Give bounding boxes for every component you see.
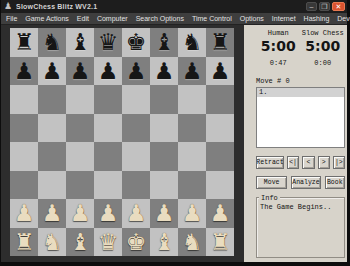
info-group: Info The Game Begins.. [256,197,345,258]
square-f4[interactable] [150,142,178,171]
square-a8[interactable]: ♜ [10,28,38,57]
menu-options[interactable]: Options [240,15,264,22]
piece-black-pawn[interactable]: ♟ [70,57,91,86]
square-c8[interactable]: ♝ [66,28,94,57]
piece-white-queen[interactable]: ♛ [98,228,119,257]
app-window: ♟ SlowChess Blitz WV2.1 – ❐ ✕ File Game … [0,0,350,266]
piece-white-pawn[interactable]: ♟ [70,199,91,228]
square-f7[interactable]: ♟ [150,57,178,86]
player-name-engine: Slow Chess [301,29,346,37]
piece-white-knight[interactable]: ♞ [182,228,203,257]
square-d5[interactable] [94,114,122,143]
square-e7[interactable]: ♟ [122,57,150,86]
menu-hashing[interactable]: Hashing [304,15,330,22]
square-h1[interactable]: ♜ [206,228,234,257]
square-h6[interactable] [206,85,234,114]
clock-time-engine: 5:00 [301,38,346,54]
book-button[interactable]: Book [325,176,345,189]
clock-time-human: 5:00 [256,38,301,54]
piece-white-pawn[interactable]: ♟ [14,199,35,228]
square-f6[interactable] [150,85,178,114]
close-button[interactable]: ✕ [332,2,345,11]
piece-white-bishop[interactable]: ♝ [70,228,91,257]
clocks: Human 5:00 0:47 Slow Chess 5:00 0:00 [256,29,345,67]
move-number-label: Move # 0 [256,77,345,85]
square-a7[interactable]: ♟ [10,57,38,86]
window-title: SlowChess Blitz WV2.1 [16,3,304,10]
menu-internet[interactable]: Internet [272,15,296,22]
piece-black-queen[interactable]: ♛ [98,28,119,57]
square-c7[interactable]: ♟ [66,57,94,86]
square-b1[interactable]: ♞ [38,228,66,257]
square-h5[interactable] [206,114,234,143]
square-c4[interactable] [66,142,94,171]
info-group-label: Info [259,194,280,202]
square-g5[interactable] [178,114,206,143]
menu-edit[interactable]: Edit [77,15,89,22]
menu-game-actions[interactable]: Game Actions [25,15,69,22]
step-back-button[interactable]: < [302,156,314,169]
clock-human: Human 5:00 0:47 [256,29,301,67]
square-e1[interactable]: ♚ [122,228,150,257]
square-d2[interactable]: ♟ [94,199,122,228]
menubar: File Game Actions Edit Computer Search O… [1,13,347,25]
square-d3[interactable] [94,171,122,200]
menu-develop[interactable]: Develop [337,15,350,22]
step-forward-button[interactable]: > [318,156,330,169]
clock-elapsed-human: 0:47 [256,59,301,67]
square-h7[interactable]: ♟ [206,57,234,86]
action-buttons: Move Analyze Book [256,176,345,189]
square-f5[interactable] [150,114,178,143]
square-g6[interactable] [178,85,206,114]
maximize-button[interactable]: ❐ [319,2,330,11]
titlebar[interactable]: ♟ SlowChess Blitz WV2.1 – ❐ ✕ [1,0,347,13]
square-a6[interactable] [10,85,38,114]
piece-black-knight[interactable]: ♞ [42,28,63,57]
piece-white-pawn[interactable]: ♟ [42,199,63,228]
square-g8[interactable]: ♞ [178,28,206,57]
piece-black-pawn[interactable]: ♟ [182,57,203,86]
square-a5[interactable] [10,114,38,143]
piece-black-bishop[interactable]: ♝ [70,28,91,57]
piece-black-pawn[interactable]: ♟ [98,57,119,86]
square-b2[interactable]: ♟ [38,199,66,228]
square-e5[interactable] [122,114,150,143]
piece-white-king[interactable]: ♚ [126,228,147,257]
clock-engine: Slow Chess 5:00 0:00 [301,29,346,67]
piece-white-pawn[interactable]: ♟ [98,199,119,228]
square-c6[interactable] [66,85,94,114]
piece-black-pawn[interactable]: ♟ [42,57,63,86]
menu-file[interactable]: File [6,15,17,22]
square-b7[interactable]: ♟ [38,57,66,86]
square-f1[interactable]: ♝ [150,228,178,257]
square-b3[interactable] [38,171,66,200]
info-text: The Game Begins.. [260,203,341,211]
square-d6[interactable] [94,85,122,114]
piece-black-bishop[interactable]: ♝ [154,28,175,57]
square-h2[interactable]: ♟ [206,199,234,228]
square-c3[interactable] [66,171,94,200]
square-a1[interactable]: ♜ [10,228,38,257]
piece-white-pawn[interactable]: ♟ [154,199,175,228]
clock-elapsed-engine: 0:00 [301,59,346,67]
square-f2[interactable]: ♟ [150,199,178,228]
square-e4[interactable] [122,142,150,171]
square-f8[interactable]: ♝ [150,28,178,57]
piece-black-pawn[interactable]: ♟ [154,57,175,86]
menu-search-options[interactable]: Search Options [136,15,184,22]
piece-white-rook[interactable]: ♜ [210,228,231,257]
board[interactable]: ♜♞♝♛♚♝♞♜♟♟♟♟♟♟♟♟♟♟♟♟♟♟♟♟♜♞♝♛♚♝♞♜ [10,28,234,256]
move-list[interactable]: 1. [256,87,345,148]
piece-black-king[interactable]: ♚ [126,28,147,57]
square-f3[interactable] [150,171,178,200]
piece-white-rook[interactable]: ♜ [14,228,35,257]
square-c1[interactable]: ♝ [66,228,94,257]
square-c5[interactable] [66,114,94,143]
square-h8[interactable]: ♜ [206,28,234,57]
move-button[interactable]: Move [256,176,287,189]
piece-black-rook[interactable]: ♜ [210,28,231,57]
menu-time-control[interactable]: Time Control [192,15,232,22]
menu-computer[interactable]: Computer [97,15,128,22]
move-list-row[interactable]: 1. [257,88,344,97]
square-a3[interactable] [10,171,38,200]
piece-black-pawn[interactable]: ♟ [126,57,147,86]
piece-black-pawn[interactable]: ♟ [210,57,231,86]
square-e8[interactable]: ♚ [122,28,150,57]
square-g2[interactable]: ♟ [178,199,206,228]
square-d8[interactable]: ♛ [94,28,122,57]
square-g1[interactable]: ♞ [178,228,206,257]
square-b4[interactable] [38,142,66,171]
square-a4[interactable] [10,142,38,171]
square-d1[interactable]: ♛ [94,228,122,257]
square-b5[interactable] [38,114,66,143]
piece-black-rook[interactable]: ♜ [14,28,35,57]
square-d4[interactable] [94,142,122,171]
piece-white-pawn[interactable]: ♟ [126,199,147,228]
navigation-buttons: Retract <| < > |> [256,156,345,169]
square-b8[interactable]: ♞ [38,28,66,57]
square-b6[interactable] [38,85,66,114]
analyze-button[interactable]: Analyze [291,176,320,189]
side-panel: Human 5:00 0:47 Slow Chess 5:00 0:00 Mov… [244,25,347,262]
square-g3[interactable] [178,171,206,200]
square-a2[interactable]: ♟ [10,199,38,228]
piece-black-knight[interactable]: ♞ [182,28,203,57]
piece-white-knight[interactable]: ♞ [42,228,63,257]
square-h4[interactable] [206,142,234,171]
square-e6[interactable] [122,85,150,114]
piece-white-bishop[interactable]: ♝ [154,228,175,257]
square-e2[interactable]: ♟ [122,199,150,228]
retract-button[interactable]: Retract [256,156,284,169]
square-c2[interactable]: ♟ [66,199,94,228]
go-to-end-button[interactable]: |> [333,156,345,169]
piece-white-pawn[interactable]: ♟ [210,199,231,228]
board-area: ♜♞♝♛♚♝♞♜♟♟♟♟♟♟♟♟♟♟♟♟♟♟♟♟♜♞♝♛♚♝♞♜ [1,25,244,262]
square-e3[interactable] [122,171,150,200]
piece-white-pawn[interactable]: ♟ [182,199,203,228]
minimize-button[interactable]: – [306,2,317,11]
piece-black-pawn[interactable]: ♟ [14,57,35,86]
app-icon: ♟ [4,2,12,11]
square-g7[interactable]: ♟ [178,57,206,86]
player-name-human: Human [256,29,301,37]
square-g4[interactable] [178,142,206,171]
go-to-start-button[interactable]: <| [287,156,299,169]
square-h3[interactable] [206,171,234,200]
square-d7[interactable]: ♟ [94,57,122,86]
